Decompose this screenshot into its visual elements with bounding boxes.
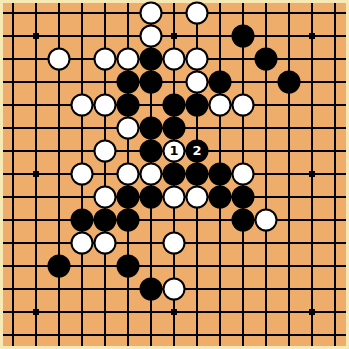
stone-black [117, 71, 140, 94]
stone-white [186, 2, 209, 25]
stone-white [232, 94, 255, 117]
stone-white [209, 94, 232, 117]
star-point [171, 33, 177, 39]
stone-black-move-2: 2 [186, 140, 209, 163]
star-point [33, 309, 39, 315]
stone-black [209, 71, 232, 94]
move-number-label: 1 [169, 144, 178, 157]
star-point [309, 33, 315, 39]
grid-line-vertical [288, 3, 290, 346]
stone-black [232, 209, 255, 232]
stone-black [163, 163, 186, 186]
stone-white [140, 25, 163, 48]
stone-black [140, 186, 163, 209]
stone-white [71, 232, 94, 255]
grid-line-horizontal [3, 334, 346, 336]
stone-white [71, 163, 94, 186]
stone-black [117, 186, 140, 209]
stone-white [48, 48, 71, 71]
stone-white [163, 48, 186, 71]
stone-black [232, 186, 255, 209]
stone-white-move-1: 1 [163, 140, 186, 163]
stone-black [140, 278, 163, 301]
stone-black [140, 48, 163, 71]
stone-black [186, 94, 209, 117]
stone-white [117, 48, 140, 71]
stone-black [71, 209, 94, 232]
stone-white [94, 232, 117, 255]
stone-white [140, 2, 163, 25]
star-point [309, 171, 315, 177]
stone-white [163, 186, 186, 209]
go-board: 12 [3, 3, 346, 346]
star-point [309, 309, 315, 315]
stone-black [94, 209, 117, 232]
stone-black [140, 71, 163, 94]
stone-black [186, 163, 209, 186]
stone-white [255, 209, 278, 232]
stone-black [163, 117, 186, 140]
stone-white [117, 117, 140, 140]
stone-white [94, 140, 117, 163]
stone-black [209, 163, 232, 186]
grid-line-vertical [334, 3, 336, 346]
stone-white [186, 48, 209, 71]
grid-line-horizontal [3, 219, 346, 221]
move-number-label: 2 [192, 144, 201, 157]
star-point [171, 309, 177, 315]
stone-white [71, 94, 94, 117]
stone-black [209, 186, 232, 209]
star-point [33, 33, 39, 39]
stone-black [140, 117, 163, 140]
stone-white [186, 71, 209, 94]
stone-black [48, 255, 71, 278]
stone-black [278, 71, 301, 94]
stone-white [117, 163, 140, 186]
stone-black [117, 209, 140, 232]
stone-white [94, 48, 117, 71]
stone-white [94, 186, 117, 209]
stone-black [163, 94, 186, 117]
stone-black [232, 25, 255, 48]
stone-black [255, 48, 278, 71]
stone-white [163, 232, 186, 255]
stone-white [94, 94, 117, 117]
stone-white [186, 186, 209, 209]
stone-black [140, 140, 163, 163]
stone-white [232, 163, 255, 186]
go-diagram: 12 [0, 0, 349, 349]
star-point [33, 171, 39, 177]
stone-black [117, 255, 140, 278]
stone-white [163, 278, 186, 301]
stone-white [140, 163, 163, 186]
stone-black [117, 94, 140, 117]
